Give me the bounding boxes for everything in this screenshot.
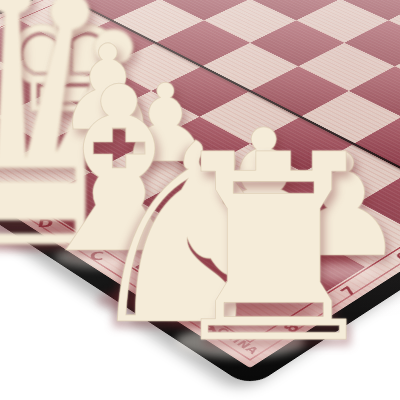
perspective-wrapper: HGFEDCBA 12345678 MADE IN CHINA: [0, 0, 400, 400]
chess-set-photo-scene: HGFEDCBA 12345678 MADE IN CHINA ♚♛♟♟♝♞♟♜…: [0, 0, 400, 400]
